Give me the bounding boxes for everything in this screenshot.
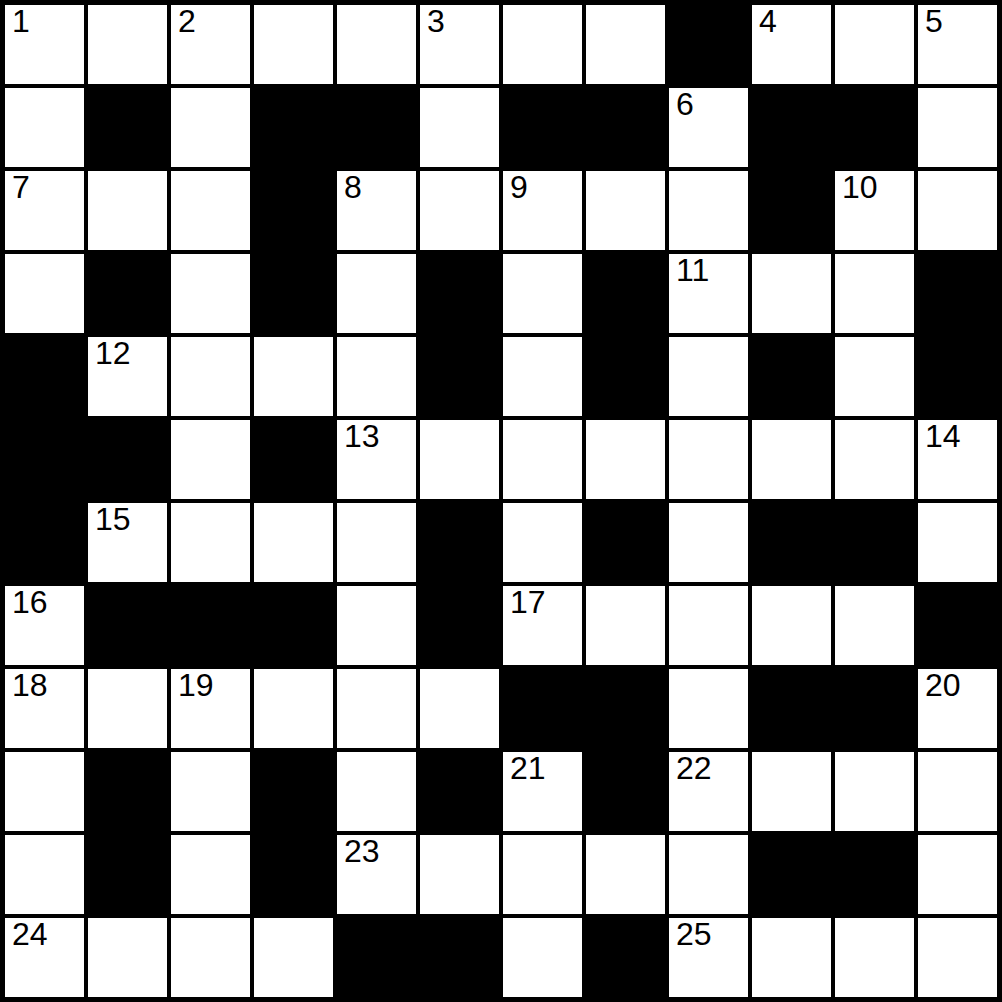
white-cell[interactable] bbox=[835, 752, 914, 831]
clue-number: 17 bbox=[510, 586, 546, 620]
white-cell[interactable]: 18 bbox=[5, 669, 84, 748]
black-cell bbox=[5, 503, 84, 582]
white-cell[interactable] bbox=[5, 835, 84, 914]
black-cell bbox=[5, 337, 84, 416]
clue-number: 25 bbox=[676, 918, 712, 952]
white-cell[interactable] bbox=[254, 337, 333, 416]
white-cell[interactable] bbox=[171, 337, 250, 416]
black-cell bbox=[254, 171, 333, 250]
white-cell[interactable] bbox=[503, 337, 582, 416]
white-cell[interactable] bbox=[918, 918, 997, 997]
black-cell bbox=[254, 254, 333, 333]
black-cell bbox=[420, 337, 499, 416]
white-cell[interactable] bbox=[337, 254, 416, 333]
white-cell[interactable] bbox=[918, 171, 997, 250]
white-cell[interactable]: 10 bbox=[835, 171, 914, 250]
white-cell[interactable] bbox=[254, 669, 333, 748]
black-cell bbox=[254, 586, 333, 665]
clue-number: 10 bbox=[842, 171, 878, 205]
white-cell[interactable]: 14 bbox=[918, 420, 997, 499]
clue-number: 15 bbox=[95, 503, 131, 537]
black-cell bbox=[503, 88, 582, 167]
black-cell bbox=[669, 5, 748, 84]
white-cell[interactable] bbox=[420, 835, 499, 914]
black-cell bbox=[5, 420, 84, 499]
black-cell bbox=[337, 88, 416, 167]
clue-number: 2 bbox=[178, 5, 196, 39]
white-cell[interactable]: 16 bbox=[5, 586, 84, 665]
black-cell bbox=[752, 669, 831, 748]
black-cell bbox=[420, 918, 499, 997]
black-cell bbox=[586, 752, 665, 831]
white-cell[interactable] bbox=[171, 503, 250, 582]
black-cell bbox=[88, 254, 167, 333]
white-cell[interactable] bbox=[918, 88, 997, 167]
white-cell[interactable] bbox=[171, 420, 250, 499]
white-cell[interactable] bbox=[752, 752, 831, 831]
clue-number: 23 bbox=[344, 835, 380, 869]
white-cell[interactable]: 4 bbox=[752, 5, 831, 84]
white-cell[interactable] bbox=[5, 752, 84, 831]
white-cell[interactable]: 2 bbox=[171, 5, 250, 84]
black-cell bbox=[752, 171, 831, 250]
white-cell[interactable] bbox=[586, 420, 665, 499]
white-cell[interactable]: 15 bbox=[88, 503, 167, 582]
black-cell bbox=[254, 835, 333, 914]
white-cell[interactable] bbox=[586, 835, 665, 914]
white-cell[interactable] bbox=[503, 420, 582, 499]
white-cell[interactable] bbox=[669, 337, 748, 416]
white-cell[interactable] bbox=[918, 835, 997, 914]
white-cell[interactable] bbox=[752, 420, 831, 499]
black-cell bbox=[752, 503, 831, 582]
clue-number: 6 bbox=[676, 88, 694, 122]
white-cell[interactable] bbox=[88, 171, 167, 250]
clue-number: 3 bbox=[427, 5, 445, 39]
white-cell[interactable]: 1 bbox=[5, 5, 84, 84]
white-cell[interactable]: 25 bbox=[669, 918, 748, 997]
white-cell[interactable] bbox=[5, 254, 84, 333]
white-cell[interactable]: 5 bbox=[918, 5, 997, 84]
white-cell[interactable]: 20 bbox=[918, 669, 997, 748]
clue-number: 16 bbox=[12, 586, 48, 620]
white-cell[interactable] bbox=[88, 669, 167, 748]
black-cell bbox=[835, 835, 914, 914]
white-cell[interactable] bbox=[5, 88, 84, 167]
black-cell bbox=[586, 337, 665, 416]
white-cell[interactable] bbox=[88, 5, 167, 84]
black-cell bbox=[254, 752, 333, 831]
black-cell bbox=[420, 254, 499, 333]
white-cell[interactable] bbox=[420, 420, 499, 499]
clue-number: 12 bbox=[95, 337, 131, 371]
white-cell[interactable] bbox=[669, 503, 748, 582]
white-cell[interactable]: 23 bbox=[337, 835, 416, 914]
white-cell[interactable] bbox=[835, 254, 914, 333]
white-cell[interactable] bbox=[586, 171, 665, 250]
white-cell[interactable]: 8 bbox=[337, 171, 416, 250]
white-cell[interactable] bbox=[337, 5, 416, 84]
white-cell[interactable]: 22 bbox=[669, 752, 748, 831]
white-cell[interactable] bbox=[752, 918, 831, 997]
black-cell bbox=[586, 918, 665, 997]
clue-number: 9 bbox=[510, 171, 528, 205]
clue-number: 14 bbox=[925, 420, 961, 454]
white-cell[interactable]: 19 bbox=[171, 669, 250, 748]
white-cell[interactable] bbox=[669, 420, 748, 499]
white-cell[interactable] bbox=[254, 503, 333, 582]
white-cell[interactable]: 9 bbox=[503, 171, 582, 250]
clue-number: 24 bbox=[12, 918, 48, 952]
white-cell[interactable] bbox=[420, 669, 499, 748]
white-cell[interactable] bbox=[835, 5, 914, 84]
black-cell bbox=[752, 835, 831, 914]
black-cell bbox=[420, 752, 499, 831]
black-cell bbox=[586, 254, 665, 333]
white-cell[interactable] bbox=[337, 586, 416, 665]
clue-number: 19 bbox=[178, 669, 214, 703]
clue-number: 7 bbox=[12, 171, 30, 205]
white-cell[interactable] bbox=[171, 171, 250, 250]
white-cell[interactable] bbox=[669, 171, 748, 250]
black-cell bbox=[420, 586, 499, 665]
black-cell bbox=[752, 88, 831, 167]
black-cell bbox=[171, 586, 250, 665]
white-cell[interactable] bbox=[503, 5, 582, 84]
white-cell[interactable] bbox=[503, 254, 582, 333]
white-cell[interactable] bbox=[171, 752, 250, 831]
crossword-grid: 1234567891011121314151617181920212223242… bbox=[0, 0, 1002, 1002]
white-cell[interactable] bbox=[835, 918, 914, 997]
clue-number: 22 bbox=[676, 752, 712, 786]
clue-number: 20 bbox=[925, 669, 961, 703]
black-cell bbox=[503, 669, 582, 748]
clue-number: 5 bbox=[925, 5, 943, 39]
black-cell bbox=[88, 586, 167, 665]
black-cell bbox=[254, 88, 333, 167]
clue-number: 13 bbox=[344, 420, 380, 454]
black-cell bbox=[752, 337, 831, 416]
white-cell[interactable] bbox=[835, 586, 914, 665]
black-cell bbox=[918, 337, 997, 416]
white-cell[interactable] bbox=[835, 337, 914, 416]
black-cell bbox=[254, 420, 333, 499]
white-cell[interactable] bbox=[171, 88, 250, 167]
white-cell[interactable] bbox=[254, 5, 333, 84]
white-cell[interactable] bbox=[586, 586, 665, 665]
white-cell[interactable] bbox=[337, 337, 416, 416]
white-cell[interactable] bbox=[752, 254, 831, 333]
black-cell bbox=[420, 503, 499, 582]
black-cell bbox=[88, 88, 167, 167]
black-cell bbox=[918, 254, 997, 333]
white-cell[interactable]: 17 bbox=[503, 586, 582, 665]
white-cell[interactable] bbox=[669, 835, 748, 914]
white-cell[interactable] bbox=[420, 88, 499, 167]
white-cell[interactable] bbox=[171, 254, 250, 333]
black-cell bbox=[88, 420, 167, 499]
clue-number: 11 bbox=[676, 254, 709, 288]
black-cell bbox=[835, 669, 914, 748]
white-cell[interactable]: 12 bbox=[88, 337, 167, 416]
white-cell[interactable] bbox=[669, 669, 748, 748]
white-cell[interactable]: 24 bbox=[5, 918, 84, 997]
white-cell[interactable] bbox=[752, 586, 831, 665]
white-cell[interactable] bbox=[503, 835, 582, 914]
black-cell bbox=[918, 586, 997, 665]
black-cell bbox=[586, 88, 665, 167]
white-cell[interactable] bbox=[586, 5, 665, 84]
white-cell[interactable]: 3 bbox=[420, 5, 499, 84]
clue-number: 8 bbox=[344, 171, 362, 205]
black-cell bbox=[586, 669, 665, 748]
black-cell bbox=[835, 88, 914, 167]
white-cell[interactable] bbox=[88, 918, 167, 997]
black-cell bbox=[88, 835, 167, 914]
black-cell bbox=[337, 918, 416, 997]
white-cell[interactable] bbox=[918, 752, 997, 831]
black-cell bbox=[88, 752, 167, 831]
white-cell[interactable]: 11 bbox=[669, 254, 748, 333]
clue-number: 4 bbox=[759, 5, 777, 39]
black-cell bbox=[835, 503, 914, 582]
white-cell[interactable] bbox=[835, 420, 914, 499]
clue-number: 18 bbox=[12, 669, 48, 703]
white-cell[interactable] bbox=[669, 586, 748, 665]
clue-number: 1 bbox=[12, 5, 30, 39]
white-cell[interactable] bbox=[503, 503, 582, 582]
white-cell[interactable] bbox=[918, 503, 997, 582]
clue-number: 21 bbox=[510, 752, 546, 786]
black-cell bbox=[586, 503, 665, 582]
white-cell[interactable] bbox=[337, 669, 416, 748]
white-cell[interactable] bbox=[337, 752, 416, 831]
white-cell[interactable] bbox=[503, 918, 582, 997]
white-cell[interactable] bbox=[171, 835, 250, 914]
white-cell[interactable]: 21 bbox=[503, 752, 582, 831]
white-cell[interactable]: 7 bbox=[5, 171, 84, 250]
white-cell[interactable] bbox=[171, 918, 250, 997]
white-cell[interactable] bbox=[337, 503, 416, 582]
white-cell[interactable]: 13 bbox=[337, 420, 416, 499]
white-cell[interactable] bbox=[420, 171, 499, 250]
white-cell[interactable]: 6 bbox=[669, 88, 748, 167]
white-cell[interactable] bbox=[254, 918, 333, 997]
